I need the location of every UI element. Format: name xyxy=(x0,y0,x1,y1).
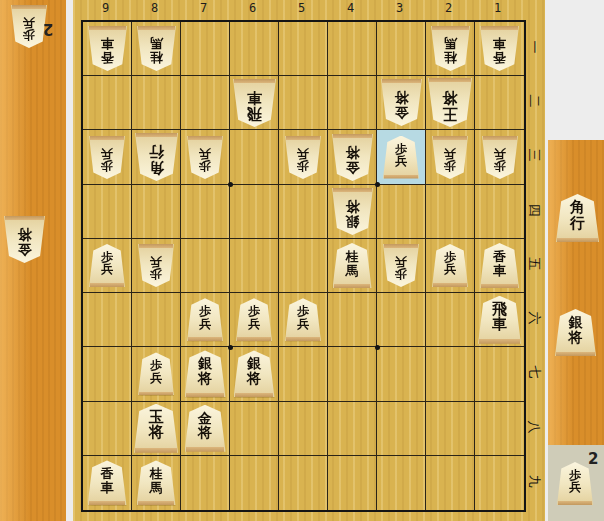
piece-kanji: 香 xyxy=(493,51,506,65)
piece-kanji: 将 xyxy=(345,200,359,215)
square-2-2[interactable]: 王将 xyxy=(426,76,475,130)
piece-kanji: 兵 xyxy=(297,318,309,330)
piece-kanji: 飛 xyxy=(247,105,262,121)
piece-kanji: 銀 xyxy=(345,214,359,229)
square-2-8[interactable] xyxy=(426,402,475,456)
piece-kanji: 将 xyxy=(443,90,458,106)
piece-kanji: 兵 xyxy=(444,147,456,159)
square-7-6[interactable]: 歩兵 xyxy=(181,293,230,347)
piece-kanji: 将 xyxy=(18,228,32,243)
piece-kanji: 歩 xyxy=(101,159,113,171)
piece-kanji: 馬 xyxy=(150,37,163,51)
piece-kanji: 将 xyxy=(198,371,212,386)
piece-kanji: 金 xyxy=(18,242,32,257)
piece-kanji: 車 xyxy=(101,37,114,51)
square-6-7[interactable]: 銀将 xyxy=(230,347,279,401)
sente-pawn-piece[interactable]: 歩兵 xyxy=(432,244,468,287)
file-label-3: 3 xyxy=(375,1,424,18)
shogi-app: 歩兵2金将 987654321 一二三四五六七八九 香車桂馬桂馬香車飛車金将王将… xyxy=(0,0,604,521)
piece-kanji: 兵 xyxy=(569,481,581,493)
square-3-7[interactable] xyxy=(377,347,426,401)
square-4-5[interactable]: 桂馬 xyxy=(328,239,377,293)
square-4-9[interactable] xyxy=(328,456,377,510)
square-3-6[interactable] xyxy=(377,293,426,347)
piece-kanji: 歩 xyxy=(444,159,456,171)
sente-bishop-piece[interactable]: 角行 xyxy=(556,194,599,242)
gote-gold-piece[interactable]: 金将 xyxy=(332,134,373,181)
square-8-6[interactable] xyxy=(132,293,181,347)
square-1-4[interactable] xyxy=(475,185,524,239)
piece-kanji: 歩 xyxy=(395,268,407,280)
piece-kanji: 銀 xyxy=(569,315,583,330)
hoshi-dot xyxy=(375,182,380,187)
sente-pawn-piece[interactable]: 歩兵 xyxy=(187,298,223,341)
piece-kanji: 兵 xyxy=(297,147,309,159)
square-7-2[interactable] xyxy=(181,76,230,130)
hoshi-dot xyxy=(228,182,233,187)
sente-rook-piece[interactable]: 飛車 xyxy=(478,296,521,344)
sente-gold-piece[interactable]: 金将 xyxy=(185,405,226,452)
file-label-9: 9 xyxy=(81,1,130,18)
gote-gold-piece[interactable]: 金将 xyxy=(4,216,45,263)
square-8-5[interactable]: 歩兵 xyxy=(132,239,181,293)
file-label-2: 2 xyxy=(424,1,473,18)
piece-kanji: 将 xyxy=(394,91,408,106)
gote-pawn-piece[interactable]: 歩兵 xyxy=(11,5,47,48)
piece-kanji: 兵 xyxy=(444,263,456,275)
sente-pawn-piece[interactable]: 歩兵 xyxy=(285,298,321,341)
piece-kanji: 兵 xyxy=(248,318,260,330)
piece-kanji: 馬 xyxy=(150,481,163,495)
gote-lance-piece[interactable]: 香車 xyxy=(480,26,519,71)
sente-knight-piece[interactable]: 桂馬 xyxy=(333,243,372,288)
piece-kanji: 兵 xyxy=(395,255,407,267)
square-2-3[interactable]: 歩兵 xyxy=(426,130,475,184)
square-6-4[interactable] xyxy=(230,185,279,239)
square-3-9[interactable] xyxy=(377,456,426,510)
square-4-4[interactable]: 銀将 xyxy=(328,185,377,239)
piece-kanji: 香 xyxy=(493,250,506,264)
piece-kanji: 車 xyxy=(493,264,506,278)
square-5-7[interactable] xyxy=(279,347,328,401)
square-8-7[interactable]: 歩兵 xyxy=(132,347,181,401)
piece-kanji: 桂 xyxy=(444,51,457,65)
square-1-8[interactable] xyxy=(475,402,524,456)
square-5-6[interactable]: 歩兵 xyxy=(279,293,328,347)
piece-kanji: 将 xyxy=(149,425,164,441)
file-label-6: 6 xyxy=(228,1,277,18)
square-7-8[interactable]: 金将 xyxy=(181,402,230,456)
square-3-2[interactable]: 金将 xyxy=(377,76,426,130)
piece-kanji: 車 xyxy=(101,481,114,495)
square-7-7[interactable]: 銀将 xyxy=(181,347,230,401)
square-7-4[interactable] xyxy=(181,185,230,239)
gote-pawn-piece[interactable]: 歩兵 xyxy=(89,136,125,179)
square-8-8[interactable]: 玉将 xyxy=(132,402,181,456)
piece-kanji: 金 xyxy=(345,160,359,175)
piece-kanji: 車 xyxy=(493,37,506,51)
piece-kanji: 銀 xyxy=(198,356,212,371)
piece-kanji: 香 xyxy=(101,51,114,65)
square-5-5[interactable] xyxy=(279,239,328,293)
sente-pawn-piece[interactable]: 歩兵 xyxy=(236,298,272,341)
file-label-4: 4 xyxy=(326,1,375,18)
square-6-2[interactable]: 飛車 xyxy=(230,76,279,130)
square-9-9[interactable]: 香車 xyxy=(83,456,132,510)
gote-hand-count-pawn: 2 xyxy=(43,20,53,38)
square-3-1[interactable] xyxy=(377,22,426,76)
gote-pawn-piece[interactable]: 歩兵 xyxy=(383,244,419,287)
square-1-3[interactable]: 歩兵 xyxy=(475,130,524,184)
piece-kanji: 将 xyxy=(569,330,583,345)
piece-kanji: 歩 xyxy=(199,305,211,317)
piece-kanji: 歩 xyxy=(150,268,162,280)
square-9-7[interactable] xyxy=(83,347,132,401)
gote-silver-piece[interactable]: 銀将 xyxy=(332,188,373,235)
piece-kanji: 歩 xyxy=(297,159,309,171)
square-9-1[interactable]: 香車 xyxy=(83,22,132,76)
piece-kanji: 歩 xyxy=(23,29,35,41)
piece-kanji: 兵 xyxy=(199,147,211,159)
gote-bishop-piece[interactable]: 角行 xyxy=(135,133,178,181)
square-2-5[interactable]: 歩兵 xyxy=(426,239,475,293)
piece-kanji: 兵 xyxy=(101,147,113,159)
sente-knight-piece[interactable]: 桂馬 xyxy=(137,460,176,505)
square-7-1[interactable] xyxy=(181,22,230,76)
square-7-3[interactable]: 歩兵 xyxy=(181,130,230,184)
piece-kanji: 桂 xyxy=(150,467,163,481)
gote-lance-piece[interactable]: 香車 xyxy=(88,26,127,71)
square-5-3[interactable]: 歩兵 xyxy=(279,130,328,184)
square-5-8[interactable] xyxy=(279,402,328,456)
square-4-3[interactable]: 金将 xyxy=(328,130,377,184)
square-3-3[interactable]: 歩兵 xyxy=(377,130,426,184)
square-4-6[interactable] xyxy=(328,293,377,347)
square-5-9[interactable] xyxy=(279,456,328,510)
piece-kanji: 歩 xyxy=(494,159,506,171)
sente-silver-piece[interactable]: 銀将 xyxy=(185,350,226,397)
sente-silver-piece[interactable]: 銀将 xyxy=(234,350,275,397)
square-9-5[interactable]: 歩兵 xyxy=(83,239,132,293)
square-6-6[interactable]: 歩兵 xyxy=(230,293,279,347)
square-8-1[interactable]: 桂馬 xyxy=(132,22,181,76)
board-grid: 香車桂馬桂馬香車飛車金将王将歩兵角行歩兵歩兵金将歩兵歩兵歩兵銀将歩兵歩兵桂馬歩兵… xyxy=(81,20,526,512)
square-7-5[interactable] xyxy=(181,239,230,293)
sente-lance-piece[interactable]: 香車 xyxy=(480,243,519,288)
piece-kanji: 歩 xyxy=(199,159,211,171)
square-2-9[interactable] xyxy=(426,456,475,510)
piece-kanji: 兵 xyxy=(23,16,35,28)
gote-knight-piece[interactable]: 桂馬 xyxy=(137,26,176,71)
square-8-3[interactable]: 角行 xyxy=(132,130,181,184)
piece-kanji: 金 xyxy=(394,106,408,121)
piece-kanji: 王 xyxy=(443,106,458,122)
piece-kanji: 桂 xyxy=(150,51,163,65)
piece-kanji: 兵 xyxy=(199,318,211,330)
square-1-7[interactable] xyxy=(475,347,524,401)
square-2-7[interactable] xyxy=(426,347,475,401)
piece-kanji: 兵 xyxy=(150,255,162,267)
piece-kanji: 馬 xyxy=(346,264,359,278)
gote-knight-piece[interactable]: 桂馬 xyxy=(431,26,470,71)
gote-pawn-piece[interactable]: 歩兵 xyxy=(432,136,468,179)
square-4-2[interactable] xyxy=(328,76,377,130)
square-1-9[interactable] xyxy=(475,456,524,510)
piece-kanji: 馬 xyxy=(444,37,457,51)
sente-pawn-piece[interactable]: 歩兵 xyxy=(89,244,125,287)
gote-pawn-piece[interactable]: 歩兵 xyxy=(187,136,223,179)
square-9-4[interactable] xyxy=(83,185,132,239)
gote-rook-piece[interactable]: 飛車 xyxy=(233,79,276,127)
square-5-2[interactable] xyxy=(279,76,328,130)
piece-kanji: 兵 xyxy=(150,372,162,384)
square-5-4[interactable] xyxy=(279,185,328,239)
file-label-5: 5 xyxy=(277,1,326,18)
sente-pawn-piece[interactable]: 歩兵 xyxy=(383,136,419,179)
piece-kanji: 兵 xyxy=(101,263,113,275)
square-2-4[interactable] xyxy=(426,185,475,239)
piece-kanji: 車 xyxy=(492,317,507,333)
piece-kanji: 将 xyxy=(345,145,359,160)
file-label-7: 7 xyxy=(179,1,228,18)
file-label-8: 8 xyxy=(130,1,179,18)
piece-kanji: 兵 xyxy=(395,155,407,167)
square-4-1[interactable] xyxy=(328,22,377,76)
piece-kanji: 兵 xyxy=(494,147,506,159)
square-4-7[interactable] xyxy=(328,347,377,401)
piece-kanji: 行 xyxy=(149,144,164,160)
gote-pawn-piece[interactable]: 歩兵 xyxy=(138,244,174,287)
shogi-board: 987654321 一二三四五六七八九 香車桂馬桂馬香車飛車金将王将歩兵角行歩兵… xyxy=(73,0,545,521)
square-1-2[interactable] xyxy=(475,76,524,130)
sente-pawn-piece[interactable]: 歩兵 xyxy=(138,352,174,395)
gote-gold-piece[interactable]: 金将 xyxy=(381,79,422,126)
square-8-4[interactable] xyxy=(132,185,181,239)
square-8-2[interactable] xyxy=(132,76,181,130)
square-4-8[interactable] xyxy=(328,402,377,456)
square-1-6[interactable]: 飛車 xyxy=(475,293,524,347)
square-2-6[interactable] xyxy=(426,293,475,347)
sente-pawn-piece[interactable]: 歩兵 xyxy=(557,462,593,505)
sente-king-piece[interactable]: 玉将 xyxy=(134,404,178,453)
piece-kanji: 車 xyxy=(247,90,262,106)
sente-lance-piece[interactable]: 香車 xyxy=(88,460,127,505)
piece-kanji: 金 xyxy=(198,411,212,426)
gote-komadai: 歩兵2金将 xyxy=(0,0,66,521)
square-6-3[interactable] xyxy=(230,130,279,184)
square-1-5[interactable]: 香車 xyxy=(475,239,524,293)
square-9-6[interactable] xyxy=(83,293,132,347)
gote-pawn-piece[interactable]: 歩兵 xyxy=(482,136,518,179)
piece-kanji: 桂 xyxy=(346,250,359,264)
square-5-1[interactable] xyxy=(279,22,328,76)
square-6-5[interactable] xyxy=(230,239,279,293)
sente-hand-count-pawn: 2 xyxy=(588,450,598,468)
square-9-3[interactable]: 歩兵 xyxy=(83,130,132,184)
sente-komadai: 角行銀将歩兵2 xyxy=(548,140,604,521)
piece-kanji: 将 xyxy=(198,425,212,440)
piece-kanji: 角 xyxy=(149,159,164,175)
piece-kanji: 将 xyxy=(247,371,261,386)
piece-kanji: 行 xyxy=(570,216,585,232)
file-labels: 987654321 xyxy=(81,1,522,18)
hoshi-dot xyxy=(228,345,233,350)
square-1-1[interactable]: 香車 xyxy=(475,22,524,76)
square-3-5[interactable]: 歩兵 xyxy=(377,239,426,293)
gote-pawn-piece[interactable]: 歩兵 xyxy=(285,136,321,179)
square-6-9[interactable] xyxy=(230,456,279,510)
piece-kanji: 香 xyxy=(101,467,114,481)
sente-silver-piece[interactable]: 銀将 xyxy=(555,309,596,356)
piece-kanji: 歩 xyxy=(297,305,309,317)
piece-kanji: 歩 xyxy=(248,305,260,317)
square-8-9[interactable]: 桂馬 xyxy=(132,456,181,510)
rank-labels: 一二三四五六七八九 xyxy=(524,20,544,508)
piece-kanji: 銀 xyxy=(247,356,261,371)
square-2-1[interactable]: 桂馬 xyxy=(426,22,475,76)
hoshi-dot xyxy=(375,345,380,350)
square-3-8[interactable] xyxy=(377,402,426,456)
square-6-8[interactable] xyxy=(230,402,279,456)
square-6-1[interactable] xyxy=(230,22,279,76)
square-3-4[interactable] xyxy=(377,185,426,239)
file-label-1: 1 xyxy=(473,1,522,18)
square-9-2[interactable] xyxy=(83,76,132,130)
square-7-9[interactable] xyxy=(181,456,230,510)
gote-king-piece[interactable]: 王将 xyxy=(428,78,472,127)
square-9-8[interactable] xyxy=(83,402,132,456)
